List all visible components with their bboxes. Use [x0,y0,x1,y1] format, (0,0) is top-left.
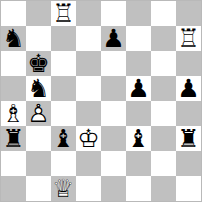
square-a2[interactable] [1,151,26,176]
square-f7[interactable] [126,26,151,51]
piece-white-rook: ♖ [51,1,76,26]
square-a6[interactable] [1,51,26,76]
square-c2[interactable] [51,151,76,176]
square-b7[interactable] [26,26,51,51]
square-b8[interactable] [26,1,51,26]
piece-black-pawn: ♟ [126,76,151,101]
piece-white-queen: ♕ [51,176,76,201]
square-h1[interactable] [176,176,201,201]
square-a5[interactable] [1,76,26,101]
piece-white-pawn: ♙ [26,101,51,126]
square-b6[interactable]: ♚ [26,51,51,76]
piece-white-rook: ♖ [176,26,201,51]
piece-black-knight: ♞ [26,76,51,101]
square-b1[interactable] [26,176,51,201]
square-c4[interactable] [51,101,76,126]
piece-black-knight: ♞ [1,26,26,51]
square-b3[interactable] [26,126,51,151]
square-g3[interactable] [151,126,176,151]
square-f1[interactable] [126,176,151,201]
square-b4[interactable]: ♟♙ [26,101,51,126]
piece-black-bishop: ♝ [51,126,76,151]
square-c6[interactable] [51,51,76,76]
square-h8[interactable] [176,1,201,26]
square-g7[interactable] [151,26,176,51]
square-d8[interactable] [76,1,101,26]
square-g5[interactable] [151,76,176,101]
piece-black-pawn: ♟ [176,76,201,101]
square-h5[interactable]: ♟ [176,76,201,101]
piece-black-pawn: ♟ [101,26,126,51]
square-a4[interactable]: ♝♗ [1,101,26,126]
square-d6[interactable] [76,51,101,76]
square-a3[interactable]: ♜ [1,126,26,151]
square-g2[interactable] [151,151,176,176]
square-g1[interactable] [151,176,176,201]
square-h6[interactable] [176,51,201,76]
square-b2[interactable] [26,151,51,176]
square-d5[interactable] [76,76,101,101]
square-e5[interactable] [101,76,126,101]
square-a8[interactable] [1,1,26,26]
piece-white-king: ♔ [76,126,101,151]
square-e4[interactable] [101,101,126,126]
square-e2[interactable] [101,151,126,176]
piece-black-rook: ♜ [1,126,26,151]
square-d4[interactable] [76,101,101,126]
square-h7[interactable]: ♜♖ [176,26,201,51]
square-f5[interactable]: ♟ [126,76,151,101]
piece-black-bishop: ♝ [126,126,151,151]
piece-white-bishop: ♗ [1,101,26,126]
square-h3[interactable]: ♜ [176,126,201,151]
square-g8[interactable] [151,1,176,26]
square-h2[interactable] [176,151,201,176]
square-e1[interactable] [101,176,126,201]
square-a7[interactable]: ♞ [1,26,26,51]
square-a1[interactable] [1,176,26,201]
piece-black-rook: ♜ [176,126,201,151]
square-e8[interactable] [101,1,126,26]
square-c5[interactable] [51,76,76,101]
square-f4[interactable] [126,101,151,126]
square-d2[interactable] [76,151,101,176]
piece-black-king: ♚ [26,51,51,76]
square-c1[interactable]: ♛♕ [51,176,76,201]
square-f2[interactable] [126,151,151,176]
square-e3[interactable] [101,126,126,151]
square-f3[interactable]: ♝ [126,126,151,151]
square-f6[interactable] [126,51,151,76]
chess-diagram-frame: ♜♖♞♟♜♖♚♞♟♟♝♗♟♙♜♝♚♔♝♜♛♕ [0,0,202,202]
square-c8[interactable]: ♜♖ [51,1,76,26]
square-h4[interactable] [176,101,201,126]
square-d7[interactable] [76,26,101,51]
square-b5[interactable]: ♞ [26,76,51,101]
square-c3[interactable]: ♝ [51,126,76,151]
square-e7[interactable]: ♟ [101,26,126,51]
square-f8[interactable] [126,1,151,26]
square-e6[interactable] [101,51,126,76]
chess-board: ♜♖♞♟♜♖♚♞♟♟♝♗♟♙♜♝♚♔♝♜♛♕ [1,1,201,201]
square-d3[interactable]: ♚♔ [76,126,101,151]
square-g4[interactable] [151,101,176,126]
square-g6[interactable] [151,51,176,76]
square-d1[interactable] [76,176,101,201]
square-c7[interactable] [51,26,76,51]
